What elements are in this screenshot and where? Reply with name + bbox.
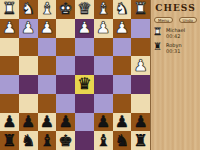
sidebar: CHESS Menu Undo ♜ Michael 00:42 ♜ Robyn …	[150, 0, 200, 150]
square-h3[interactable]	[0, 38, 19, 57]
black-pawn: ♟	[58, 114, 72, 130]
black-pawn: ♟	[96, 114, 110, 130]
square-d7[interactable]	[75, 113, 94, 132]
square-f5[interactable]	[38, 75, 57, 94]
square-d2[interactable]: ♟	[75, 19, 94, 38]
black-knight: ♞	[115, 133, 129, 149]
square-h6[interactable]	[0, 94, 19, 113]
black-pawn: ♟	[2, 114, 16, 130]
square-f6[interactable]	[38, 94, 57, 113]
white-bishop: ♝	[96, 1, 110, 17]
black-bishop: ♝	[40, 133, 54, 149]
black-pawn: ♟	[21, 114, 35, 130]
square-d6[interactable]	[75, 94, 94, 113]
square-b1[interactable]: ♞	[113, 0, 132, 19]
white-knight: ♞	[21, 1, 35, 17]
white-pawn: ♟	[77, 20, 91, 36]
square-a1[interactable]: ♜	[131, 0, 150, 19]
square-g3[interactable]	[19, 38, 38, 57]
square-d8[interactable]	[75, 131, 94, 150]
square-g2[interactable]: ♟	[19, 19, 38, 38]
square-d3[interactable]	[75, 38, 94, 57]
square-f2[interactable]: ♟	[38, 19, 57, 38]
square-g1[interactable]: ♞	[19, 0, 38, 19]
square-c5[interactable]	[94, 75, 113, 94]
menu-button[interactable]: Menu	[154, 17, 173, 23]
player-white: ♜ Michael 00:42	[151, 25, 200, 40]
square-e3[interactable]	[56, 38, 75, 57]
square-e5[interactable]	[56, 75, 75, 94]
black-pawn: ♟	[115, 114, 129, 130]
square-b6[interactable]	[113, 94, 132, 113]
square-f1[interactable]: ♝	[38, 0, 57, 19]
square-f4[interactable]	[38, 56, 57, 75]
chess-app-window: ♜♞♝♚♛♝♞♜♟♟♟♟♟♟♟♛♟♟♟♟♟♟♟♜♞♝♚♝♞♜ CHESS Men…	[0, 0, 200, 150]
square-g8[interactable]: ♞	[19, 131, 38, 150]
square-b3[interactable]	[113, 38, 132, 57]
square-c2[interactable]: ♟	[94, 19, 113, 38]
square-a6[interactable]	[131, 94, 150, 113]
square-c4[interactable]	[94, 56, 113, 75]
black-pawn: ♟	[40, 114, 54, 130]
black-rook: ♜	[2, 133, 16, 149]
player-black: ♜ Robyn 00:31	[151, 40, 200, 55]
black-queen: ♛	[77, 76, 91, 92]
square-h7[interactable]: ♟	[0, 113, 19, 132]
square-c8[interactable]: ♝	[94, 131, 113, 150]
black-pawn: ♟	[133, 114, 147, 130]
square-e7[interactable]: ♟	[56, 113, 75, 132]
square-a5[interactable]	[131, 75, 150, 94]
black-knight: ♞	[21, 133, 35, 149]
square-f3[interactable]	[38, 38, 57, 57]
square-b2[interactable]: ♟	[113, 19, 132, 38]
square-a7[interactable]: ♟	[131, 113, 150, 132]
square-b7[interactable]: ♟	[113, 113, 132, 132]
black-king: ♚	[58, 133, 72, 149]
app-title: CHESS	[151, 3, 200, 13]
square-a3[interactable]	[131, 38, 150, 57]
square-h1[interactable]: ♜	[0, 0, 19, 19]
white-pawn: ♟	[96, 20, 110, 36]
square-e4[interactable]	[56, 56, 75, 75]
white-rook: ♜	[133, 1, 147, 17]
square-h4[interactable]	[0, 56, 19, 75]
black-rook: ♜	[133, 133, 147, 149]
square-a4[interactable]: ♟	[131, 56, 150, 75]
square-c7[interactable]: ♟	[94, 113, 113, 132]
square-h5[interactable]	[0, 75, 19, 94]
square-g4[interactable]	[19, 56, 38, 75]
white-pawn: ♟	[115, 20, 129, 36]
white-pawn: ♟	[133, 58, 147, 74]
square-g5[interactable]	[19, 75, 38, 94]
square-f7[interactable]: ♟	[38, 113, 57, 132]
square-d1[interactable]: ♛	[75, 0, 94, 19]
square-d4[interactable]	[75, 56, 94, 75]
square-c1[interactable]: ♝	[94, 0, 113, 19]
square-e1[interactable]: ♚	[56, 0, 75, 19]
square-h8[interactable]: ♜	[0, 131, 19, 150]
square-e6[interactable]	[56, 94, 75, 113]
black-bishop: ♝	[96, 133, 110, 149]
square-c6[interactable]	[94, 94, 113, 113]
square-d5[interactable]: ♛	[75, 75, 94, 94]
square-a2[interactable]	[131, 19, 150, 38]
toolbar: Menu Undo	[151, 13, 200, 25]
player-black-clock: 00:31	[166, 48, 182, 54]
white-pawn: ♟	[2, 20, 16, 36]
square-b8[interactable]: ♞	[113, 131, 132, 150]
square-f8[interactable]: ♝	[38, 131, 57, 150]
black-rook-icon: ♜	[153, 42, 164, 52]
square-g7[interactable]: ♟	[19, 113, 38, 132]
white-pawn: ♟	[40, 20, 54, 36]
square-e8[interactable]: ♚	[56, 131, 75, 150]
square-h2[interactable]: ♟	[0, 19, 19, 38]
undo-button[interactable]: Undo	[179, 17, 197, 23]
square-c3[interactable]	[94, 38, 113, 57]
square-b4[interactable]	[113, 56, 132, 75]
white-pawn: ♟	[21, 20, 35, 36]
white-queen: ♛	[77, 1, 91, 17]
square-e2[interactable]	[56, 19, 75, 38]
chess-board: ♜♞♝♚♛♝♞♜♟♟♟♟♟♟♟♛♟♟♟♟♟♟♟♜♞♝♚♝♞♜	[0, 0, 150, 150]
white-bishop: ♝	[40, 1, 54, 17]
square-g6[interactable]	[19, 94, 38, 113]
square-b5[interactable]	[113, 75, 132, 94]
player-white-clock: 00:42	[166, 33, 185, 39]
white-king: ♚	[58, 1, 72, 17]
square-a8[interactable]: ♜	[131, 131, 150, 150]
white-knight: ♞	[115, 1, 129, 17]
white-rook-icon: ♜	[153, 27, 164, 37]
white-rook: ♜	[2, 1, 16, 17]
